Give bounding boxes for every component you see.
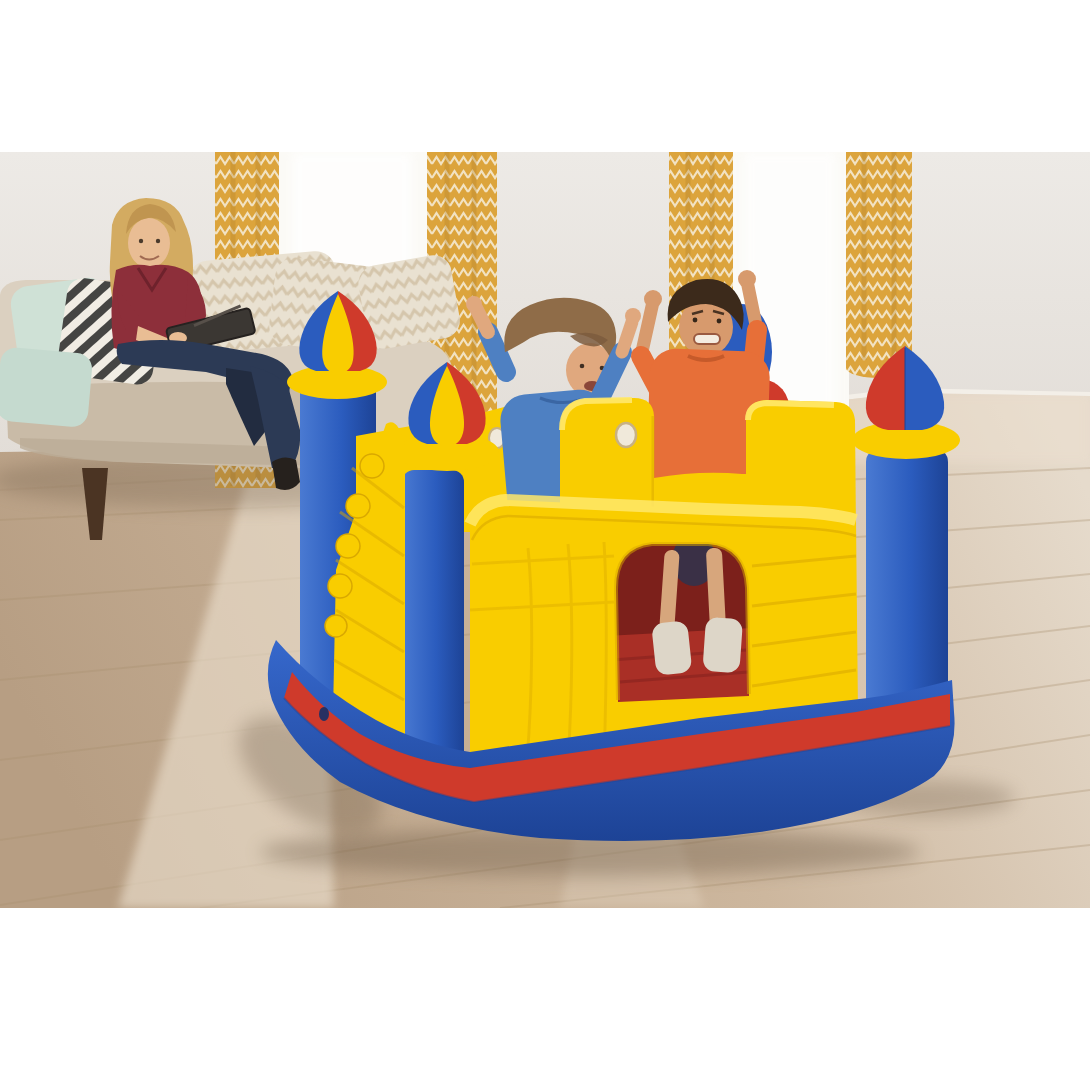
woman-shoe: [272, 457, 300, 490]
woman-eye: [139, 239, 143, 243]
boy-blue-hand: [466, 296, 482, 312]
sock: [651, 620, 692, 675]
bottom-white-margin: [0, 908, 1090, 1090]
boy-orange-eye: [717, 319, 722, 324]
boy-blue-hand-2: [625, 308, 641, 324]
living-room-photo: [0, 152, 1090, 908]
vent-grommet: [616, 423, 636, 447]
woman-eye: [156, 239, 160, 243]
tower-column: [402, 470, 464, 770]
throw-pillow-mint-2: [0, 346, 93, 428]
air-valve: [319, 707, 329, 721]
curtain-panel-right-b: [846, 152, 912, 368]
product-photo-page: [0, 0, 1090, 1090]
bounce-house: [219, 270, 1015, 876]
boy-blue-eye: [580, 364, 585, 369]
boy-orange-grin: [694, 334, 720, 344]
top-white-margin: [0, 0, 1090, 152]
boy-orange-eye: [693, 318, 698, 323]
tower-right: [852, 346, 960, 728]
sock: [702, 617, 743, 673]
